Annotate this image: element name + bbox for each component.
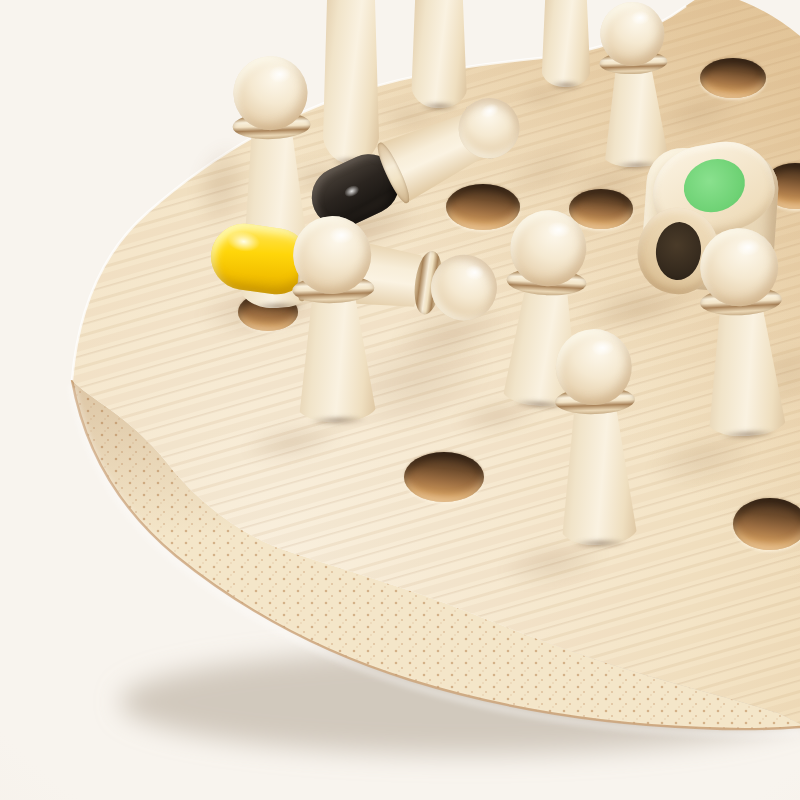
contact-shadow: [544, 80, 588, 91]
peg-body: [554, 404, 641, 547]
peg-hole[interactable]: [733, 498, 800, 550]
peg-body: [411, 0, 468, 108]
wooden-peg-standing[interactable]: [695, 226, 790, 438]
wooden-peg-standing[interactable]: [322, 0, 380, 163]
peg-body: [322, 0, 380, 163]
peg-body: [292, 293, 380, 424]
peg-body: [699, 304, 790, 438]
peg-hole[interactable]: [404, 452, 484, 502]
wooden-peg-standing[interactable]: [289, 215, 380, 424]
wooden-peg-standing[interactable]: [411, 0, 468, 108]
wooden-peg-standing[interactable]: [541, 0, 591, 87]
peg-body: [541, 0, 591, 87]
wooden-peg-standing[interactable]: [551, 328, 640, 547]
product-photo-stage: Wooden Memory Match Stick Chess: [0, 0, 800, 800]
